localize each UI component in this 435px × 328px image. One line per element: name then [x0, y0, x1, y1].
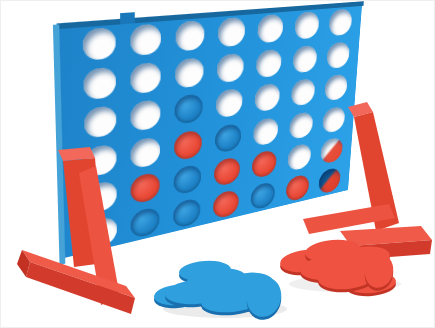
- red-loose-disc: [333, 244, 391, 273]
- right-stand-base-top-face: [340, 226, 432, 246]
- cell-r3-c2-empty-hole: [131, 99, 161, 132]
- red-loose-disc: [304, 238, 362, 265]
- cell-r4-c2-empty-hole: [131, 136, 161, 169]
- cell-r4-c3-red-disc: [174, 129, 202, 161]
- red-loose-disc: [345, 271, 397, 295]
- cell-r1-c6-empty-hole: [294, 11, 319, 40]
- cell-r3-c1-empty-hole: [83, 105, 115, 139]
- cell-r5-c5-red-disc: [251, 149, 276, 179]
- cell-r6-c1-empty-hole: [85, 216, 116, 250]
- cell-r1-c7-empty-hole: [329, 8, 353, 36]
- cell-r3-c4-empty-hole: [216, 88, 243, 119]
- cell-r2-c3-empty-hole: [175, 57, 204, 89]
- blue-loose-disc-edge: [164, 280, 228, 309]
- cell-r3-c3-blue-disc: [175, 94, 203, 126]
- red-loose-disc: [317, 262, 377, 292]
- cell-r3-c7-empty-hole: [324, 74, 348, 102]
- cell-r6-c2-blue-disc: [131, 206, 160, 239]
- red-loose-disc-edge: [304, 241, 362, 268]
- board-left-edge: [53, 24, 65, 264]
- cell-r3-c5-empty-hole: [254, 83, 280, 113]
- left-stand-base-top-face: [22, 250, 135, 298]
- red-loose-disc: [279, 247, 333, 274]
- cell-r2-c1-empty-hole: [83, 67, 116, 101]
- blue-loose-disc-edge: [178, 262, 231, 286]
- pile-shadow: [289, 276, 401, 292]
- red-loose-disc-edge: [333, 247, 391, 276]
- red-loose-disc-edge: [279, 250, 333, 277]
- cell-r4-c7-empty-hole: [322, 105, 345, 133]
- cell-r6-c6-red-disc: [285, 174, 309, 203]
- cell-r1-c1-empty-hole: [82, 27, 115, 61]
- red-loose-disc-edge: [299, 257, 359, 286]
- cell-r5-c3-blue-disc: [174, 163, 202, 195]
- cell-r5-c7-empty-hole: [320, 136, 343, 164]
- blue-loose-disc: [186, 266, 248, 294]
- cell-r2-c7-empty-hole: [327, 41, 351, 69]
- cell-r4-c1-empty-hole: [84, 143, 116, 177]
- connect-four-photo: [0, 0, 435, 328]
- cell-r1-c2-empty-hole: [131, 23, 162, 56]
- red-loose-disc-edge: [345, 274, 397, 298]
- blue-loose-disc: [242, 273, 286, 321]
- right-stand-base-front-face: [349, 240, 432, 260]
- left-stand-base-end-face: [17, 250, 30, 277]
- red-loose-disc: [361, 251, 396, 291]
- cell-r2-c2-empty-hole: [131, 62, 161, 95]
- left-stand-base-front-face: [26, 262, 135, 314]
- cell-r4-c4-blue-disc: [215, 123, 242, 154]
- cell-r1-c5-empty-hole: [257, 14, 283, 44]
- blue-loose-disc-edge: [153, 286, 201, 310]
- blue-loose-disc: [200, 285, 264, 315]
- blue-loose-disc-edge: [218, 272, 275, 305]
- red-loose-disc-edge: [361, 254, 396, 294]
- cell-r1-c4-empty-hole: [218, 17, 246, 48]
- cell-r6-c7-empty-hole: [318, 167, 341, 195]
- cell-r2-c5-empty-hole: [256, 49, 282, 79]
- blue-loose-disc: [218, 269, 275, 302]
- cell-r3-c6-empty-hole: [290, 78, 315, 107]
- blue-loose-disc-edge: [242, 276, 286, 324]
- blue-loose-disc-edge: [186, 269, 248, 297]
- blue-loose-disc: [153, 283, 201, 307]
- cell-r4-c5-empty-hole: [253, 116, 278, 146]
- cell-r5-c6-empty-hole: [287, 143, 311, 172]
- blue-loose-disc: [164, 277, 228, 306]
- right-stand-diagonal-brace: [303, 204, 395, 234]
- cell-r6-c5-blue-disc: [250, 181, 275, 211]
- cell-r1-c3-empty-hole: [176, 20, 205, 52]
- cell-r2-c4-empty-hole: [217, 53, 244, 84]
- cell-r5-c2-red-disc: [131, 171, 160, 204]
- cell-r5-c4-red-disc: [214, 156, 240, 187]
- connect-four-board: [58, 5, 362, 258]
- pile-shadow: [163, 300, 287, 318]
- red-loose-disc: [299, 254, 359, 283]
- cell-r6-c3-blue-disc: [173, 197, 200, 229]
- cell-r2-c6-empty-hole: [292, 45, 317, 74]
- board-top-tab: [120, 12, 135, 24]
- blue-loose-disc-edge: [200, 288, 264, 318]
- right-stand-post: [354, 112, 399, 231]
- cell-r5-c1-empty-hole: [85, 180, 116, 214]
- red-loose-disc-edge: [317, 265, 377, 295]
- cell-r6-c4-red-disc: [213, 189, 239, 220]
- blue-loose-disc: [178, 259, 231, 283]
- cell-r4-c6-empty-hole: [289, 111, 313, 140]
